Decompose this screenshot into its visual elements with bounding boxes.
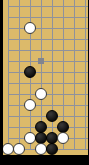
point-marker-cross	[38, 58, 44, 64]
grid-line-horizontal	[8, 17, 89, 18]
left-letterbox	[0, 0, 3, 155]
black-stone	[46, 143, 58, 155]
screenshot-root: { "game": "go", "app": { "description": …	[0, 0, 88, 165]
black-stone	[24, 66, 36, 78]
black-stone	[46, 110, 58, 122]
grid-line-horizontal	[8, 105, 89, 106]
grid-line-horizontal	[8, 127, 89, 128]
grid-line-horizontal	[8, 50, 89, 51]
white-stone	[57, 132, 69, 144]
go-board[interactable]	[3, 0, 88, 155]
bottom-letterbox	[0, 155, 88, 165]
white-stone	[13, 143, 25, 155]
grid-line-horizontal	[8, 28, 89, 29]
grid-line-horizontal	[8, 94, 89, 95]
grid-line-horizontal	[8, 72, 89, 73]
white-stone	[24, 99, 36, 111]
grid-line-horizontal	[8, 83, 89, 84]
grid-line-horizontal	[8, 61, 89, 62]
white-stone	[24, 22, 36, 34]
grid-line-horizontal	[8, 39, 89, 40]
grid-line-horizontal	[8, 6, 89, 7]
white-stone	[35, 88, 47, 100]
